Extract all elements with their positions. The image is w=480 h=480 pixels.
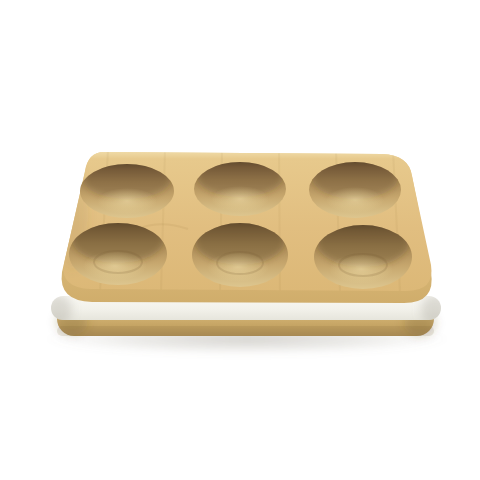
pit-c1[interactable] [311,221,436,290]
pit-c2[interactable] [311,152,436,221]
pit-a1[interactable] [60,221,185,290]
pit-b1[interactable] [185,221,310,290]
board-grid [60,152,436,290]
pit-b2[interactable] [185,152,310,221]
pit-a2[interactable] [60,152,185,221]
product-photo-scene [0,0,480,480]
